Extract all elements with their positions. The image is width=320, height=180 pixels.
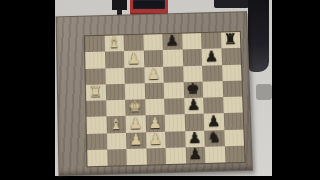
piece-wK-e3[interactable]: ♚	[125, 98, 145, 116]
piece-wB-f2[interactable]: ♝	[106, 115, 126, 133]
cable-connector	[112, 0, 127, 10]
square-b2[interactable]	[105, 51, 125, 68]
square-h7[interactable]	[205, 146, 225, 163]
piece-bP-b7[interactable]: ♟	[202, 48, 222, 65]
square-b5[interactable]	[163, 50, 183, 67]
square-d4[interactable]	[144, 82, 164, 99]
square-g3[interactable]: ♟	[126, 132, 146, 149]
piece-bN-g7[interactable]: ♞	[204, 129, 224, 147]
square-b8[interactable]	[221, 48, 241, 65]
square-d7[interactable]	[203, 81, 223, 98]
square-e8[interactable]	[223, 97, 243, 114]
square-a6[interactable]	[182, 33, 202, 50]
square-h2[interactable]	[107, 149, 127, 166]
square-c2[interactable]	[105, 67, 125, 84]
square-c8[interactable]	[222, 64, 242, 81]
clock-display	[133, 0, 165, 9]
gray-object-right	[256, 84, 272, 100]
square-c4[interactable]: ♟	[144, 66, 164, 83]
piece-bR-a8[interactable]: ♜	[220, 31, 240, 48]
square-d1[interactable]: ♜	[86, 84, 106, 101]
piece-bP-e6[interactable]: ♟	[184, 97, 204, 115]
chess-board: ♝♟♜♟♟♟♜♚♚♟♝♟♟♟♟♟♟♞♟	[56, 11, 253, 176]
square-a8[interactable]: ♜	[220, 32, 240, 49]
piece-wP-g3[interactable]: ♟	[126, 131, 146, 149]
square-a4[interactable]	[143, 34, 163, 51]
square-g5[interactable]	[165, 131, 185, 148]
square-h1[interactable]	[87, 149, 107, 166]
piece-wP-b3[interactable]: ♟	[124, 50, 144, 67]
square-h6[interactable]: ♟	[185, 147, 205, 164]
electronics-box	[214, 0, 249, 8]
piece-wR-d1[interactable]: ♜	[86, 83, 106, 101]
piece-wP-g4[interactable]: ♟	[146, 131, 166, 149]
square-g7[interactable]: ♞	[204, 130, 224, 147]
square-b1[interactable]	[85, 52, 105, 69]
square-b7[interactable]: ♟	[202, 49, 222, 66]
square-f1[interactable]	[86, 117, 106, 134]
square-f5[interactable]	[165, 114, 185, 131]
square-e5[interactable]	[164, 98, 184, 115]
square-g4[interactable]: ♟	[146, 131, 166, 148]
square-h3[interactable]	[126, 148, 146, 165]
piece-bP-h6[interactable]: ♟	[185, 146, 205, 164]
square-b6[interactable]	[182, 49, 202, 66]
square-f2[interactable]: ♝	[106, 116, 126, 133]
square-c3[interactable]	[124, 67, 144, 84]
square-a5[interactable]: ♟	[162, 34, 182, 51]
square-h4[interactable]	[146, 148, 166, 165]
piece-bP-a5[interactable]: ♟	[162, 33, 182, 50]
square-e6[interactable]: ♟	[184, 98, 204, 115]
square-a2[interactable]: ♝	[104, 35, 124, 52]
square-g1[interactable]	[87, 133, 107, 150]
photo-scene: ♝♟♜♟♟♟♜♚♚♟♝♟♟♟♟♟♟♞♟	[55, 0, 272, 176]
square-g8[interactable]	[224, 129, 244, 146]
square-d8[interactable]	[222, 80, 242, 97]
piece-wP-c4[interactable]: ♟	[144, 66, 164, 83]
square-c7[interactable]	[202, 65, 222, 82]
piece-wB-a2[interactable]: ♝	[104, 34, 124, 51]
square-h8[interactable]	[224, 145, 244, 162]
square-a1[interactable]	[85, 36, 105, 53]
dark-object-right	[248, 0, 269, 72]
square-e1[interactable]	[86, 100, 106, 117]
square-b3[interactable]: ♟	[124, 51, 144, 68]
board-grid: ♝♟♜♟♟♟♜♚♚♟♝♟♟♟♟♟♟♞♟	[85, 32, 245, 166]
square-f8[interactable]	[223, 113, 243, 130]
square-h5[interactable]	[166, 147, 186, 164]
square-d5[interactable]	[164, 82, 184, 99]
square-d2[interactable]	[105, 84, 125, 101]
square-c5[interactable]	[163, 66, 183, 83]
square-g2[interactable]	[106, 132, 126, 149]
